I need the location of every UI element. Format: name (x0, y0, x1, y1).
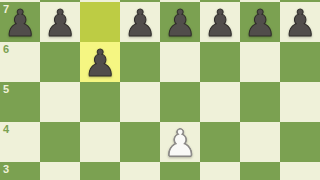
square-b4[interactable] (40, 122, 80, 162)
piece-black-pawn[interactable]: ♟ (240, 2, 280, 42)
square-f5[interactable] (200, 82, 240, 122)
square-f7[interactable]: ♟ (200, 2, 240, 42)
square-g4[interactable] (240, 122, 280, 162)
square-a3[interactable]: 3 (0, 162, 40, 180)
square-a4[interactable]: 4 (0, 122, 40, 162)
square-e4[interactable]: ♟ (160, 122, 200, 162)
square-c3[interactable] (80, 162, 120, 180)
rank-label-4: 4 (3, 123, 9, 135)
square-c6[interactable]: ♟ (80, 42, 120, 82)
square-f3[interactable] (200, 162, 240, 180)
square-d4[interactable] (120, 122, 160, 162)
piece-black-pawn[interactable]: ♟ (40, 2, 80, 42)
square-e7[interactable]: ♟ (160, 2, 200, 42)
square-g7[interactable]: ♟ (240, 2, 280, 42)
square-h7[interactable]: ♟ (280, 2, 320, 42)
square-e6[interactable] (160, 42, 200, 82)
piece-black-pawn[interactable]: ♟ (200, 2, 240, 42)
square-h5[interactable] (280, 82, 320, 122)
square-b6[interactable] (40, 42, 80, 82)
square-a5[interactable]: 5 (0, 82, 40, 122)
piece-white-pawn[interactable]: ♟ (160, 122, 200, 162)
square-f6[interactable] (200, 42, 240, 82)
square-c4[interactable] (80, 122, 120, 162)
square-d7[interactable]: ♟ (120, 2, 160, 42)
square-e3[interactable] (160, 162, 200, 180)
square-a6[interactable]: 6 (0, 42, 40, 82)
rank-label-6: 6 (3, 43, 9, 55)
square-b7[interactable]: ♟ (40, 2, 80, 42)
square-b5[interactable] (40, 82, 80, 122)
square-d3[interactable] (120, 162, 160, 180)
square-a7[interactable]: 7♟ (0, 2, 40, 42)
square-d6[interactable] (120, 42, 160, 82)
square-b3[interactable] (40, 162, 80, 180)
chess-board-viewport: 7♟♟♟♟♟♟♟6♟54♟3 (0, 0, 320, 180)
rank-label-5: 5 (3, 83, 9, 95)
piece-black-pawn[interactable]: ♟ (80, 42, 120, 82)
square-h6[interactable] (280, 42, 320, 82)
square-c7[interactable] (80, 2, 120, 42)
rank-label-3: 3 (3, 163, 9, 175)
square-h4[interactable] (280, 122, 320, 162)
square-c5[interactable] (80, 82, 120, 122)
chess-board: 7♟♟♟♟♟♟♟6♟54♟3 (0, 0, 320, 180)
piece-black-pawn[interactable]: ♟ (0, 2, 40, 42)
square-f4[interactable] (200, 122, 240, 162)
piece-black-pawn[interactable]: ♟ (160, 2, 200, 42)
piece-black-pawn[interactable]: ♟ (280, 2, 320, 42)
square-g5[interactable] (240, 82, 280, 122)
square-g3[interactable] (240, 162, 280, 180)
square-e5[interactable] (160, 82, 200, 122)
piece-black-pawn[interactable]: ♟ (120, 2, 160, 42)
square-h3[interactable] (280, 162, 320, 180)
square-g6[interactable] (240, 42, 280, 82)
square-d5[interactable] (120, 82, 160, 122)
